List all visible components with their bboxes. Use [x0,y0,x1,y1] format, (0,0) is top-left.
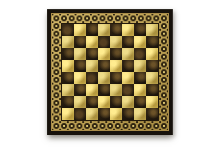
square-e1[interactable] [110,108,122,120]
square-c1[interactable] [86,108,98,120]
square-d2[interactable] [98,96,110,108]
square-g5[interactable] [134,60,146,72]
square-a5[interactable] [62,60,74,72]
square-e5[interactable] [110,60,122,72]
square-c7[interactable] [86,36,98,48]
square-d6[interactable] [98,48,110,60]
square-c6[interactable] [86,48,98,60]
ornament-band [51,13,169,131]
square-f3[interactable] [122,84,134,96]
square-d5[interactable] [98,60,110,72]
board-frame [47,9,173,135]
square-g2[interactable] [134,96,146,108]
square-b7[interactable] [74,36,86,48]
square-c2[interactable] [86,96,98,108]
square-f1[interactable] [122,108,134,120]
square-f8[interactable] [122,24,134,36]
square-g8[interactable] [134,24,146,36]
square-a7[interactable] [62,36,74,48]
square-f4[interactable] [122,72,134,84]
square-b1[interactable] [74,108,86,120]
square-e3[interactable] [110,84,122,96]
square-d4[interactable] [98,72,110,84]
square-a6[interactable] [62,48,74,60]
square-e4[interactable] [110,72,122,84]
square-c3[interactable] [86,84,98,96]
square-g4[interactable] [134,72,146,84]
square-a8[interactable] [62,24,74,36]
square-c5[interactable] [86,60,98,72]
square-b4[interactable] [74,72,86,84]
square-a4[interactable] [62,72,74,84]
square-h1[interactable] [146,108,158,120]
square-d8[interactable] [98,24,110,36]
square-g7[interactable] [134,36,146,48]
square-b2[interactable] [74,96,86,108]
square-a3[interactable] [62,84,74,96]
square-b3[interactable] [74,84,86,96]
square-d7[interactable] [98,36,110,48]
square-h7[interactable] [146,36,158,48]
square-e2[interactable] [110,96,122,108]
square-d1[interactable] [98,108,110,120]
square-h4[interactable] [146,72,158,84]
square-b6[interactable] [74,48,86,60]
square-e8[interactable] [110,24,122,36]
square-f7[interactable] [122,36,134,48]
board-grid [61,23,159,121]
square-f2[interactable] [122,96,134,108]
square-b5[interactable] [74,60,86,72]
square-h3[interactable] [146,84,158,96]
square-h2[interactable] [146,96,158,108]
square-c4[interactable] [86,72,98,84]
square-e6[interactable] [110,48,122,60]
square-h8[interactable] [146,24,158,36]
square-h6[interactable] [146,48,158,60]
square-b8[interactable] [74,24,86,36]
square-g1[interactable] [134,108,146,120]
square-a1[interactable] [62,108,74,120]
square-h5[interactable] [146,60,158,72]
square-e7[interactable] [110,36,122,48]
square-a2[interactable] [62,96,74,108]
square-c8[interactable] [86,24,98,36]
square-f6[interactable] [122,48,134,60]
square-g6[interactable] [134,48,146,60]
chessboard [47,9,173,135]
square-d3[interactable] [98,84,110,96]
square-f5[interactable] [122,60,134,72]
square-g3[interactable] [134,84,146,96]
